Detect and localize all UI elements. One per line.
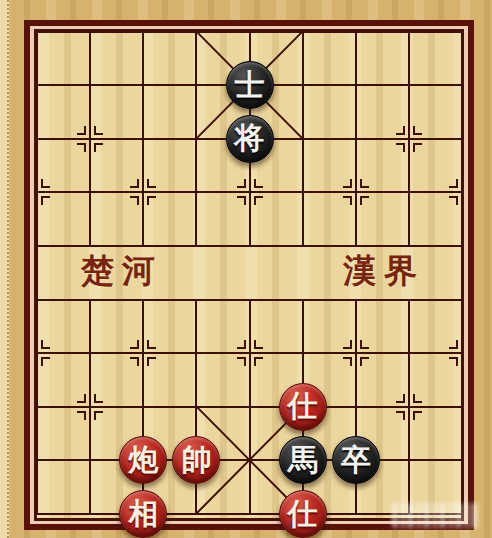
board-line <box>130 357 139 366</box>
board-line <box>396 394 405 403</box>
piece-red-elephant[interactable]: 相 <box>119 490 167 538</box>
board-line <box>413 143 422 152</box>
river-label-han-jie: 漢界 <box>320 250 440 292</box>
board-line <box>355 31 357 247</box>
piece-black-soldier[interactable]: 卒 <box>332 436 380 484</box>
board-line <box>77 143 86 152</box>
piece-glyph: 馬 <box>288 440 318 481</box>
board-line <box>343 196 352 205</box>
board-line <box>408 31 410 247</box>
board-line <box>77 394 86 403</box>
board-line <box>449 179 458 188</box>
board-line <box>396 126 405 135</box>
board-line <box>89 31 91 247</box>
piece-red-advisor-2[interactable]: 仕 <box>279 490 327 538</box>
board-line <box>343 179 352 188</box>
board-line <box>413 126 422 135</box>
piece-black-general[interactable]: 将 <box>226 115 274 163</box>
board-line <box>94 126 103 135</box>
board-line <box>254 196 263 205</box>
board-line <box>36 31 38 516</box>
film-edge-strip <box>0 0 9 538</box>
board-line <box>147 196 156 205</box>
board-line <box>408 299 410 515</box>
board-line <box>142 31 144 247</box>
board-line <box>396 411 405 420</box>
board-line <box>147 340 156 349</box>
board-line <box>413 411 422 420</box>
piece-glyph: 士 <box>235 65 265 106</box>
board-line <box>77 411 86 420</box>
board-line <box>237 196 246 205</box>
board-line <box>343 357 352 366</box>
board-line <box>237 357 246 366</box>
board-line <box>254 179 263 188</box>
board-line <box>396 143 405 152</box>
board-line <box>461 31 463 516</box>
river-label-chu-he: 楚河 <box>58 250 178 292</box>
board-line <box>413 394 422 403</box>
piece-red-advisor-1[interactable]: 仕 <box>279 383 327 431</box>
piece-glyph: 相 <box>128 494 158 535</box>
board-line <box>41 357 50 366</box>
board-line <box>94 143 103 152</box>
piece-glyph: 帥 <box>181 440 211 481</box>
board-line <box>94 411 103 420</box>
piece-glyph: 仕 <box>288 494 318 535</box>
board-line <box>41 179 50 188</box>
watermark-blur <box>392 503 480 528</box>
board-line <box>130 196 139 205</box>
piece-glyph: 将 <box>235 118 265 159</box>
xiangqi-board-screenshot: 楚河 漢界 士将仕炮帥馬卒相仕 <box>0 0 492 538</box>
board-line <box>89 299 91 515</box>
piece-black-advisor[interactable]: 士 <box>226 61 274 109</box>
board-line <box>130 179 139 188</box>
board-line <box>343 340 352 349</box>
board-line <box>360 340 369 349</box>
board-line <box>254 357 263 366</box>
board-line <box>130 340 139 349</box>
board-line <box>237 340 246 349</box>
board-line <box>147 179 156 188</box>
board-line <box>147 357 156 366</box>
board-line <box>449 196 458 205</box>
board-line <box>449 340 458 349</box>
board-line <box>360 179 369 188</box>
piece-glyph: 仕 <box>288 386 318 427</box>
board-line <box>249 299 251 515</box>
board-line <box>237 179 246 188</box>
board-line <box>449 357 458 366</box>
board-line <box>360 196 369 205</box>
piece-glyph: 卒 <box>341 440 371 481</box>
board-line <box>41 196 50 205</box>
board-line <box>77 126 86 135</box>
board-line <box>41 340 50 349</box>
board-line <box>360 357 369 366</box>
board-line <box>254 340 263 349</box>
piece-glyph: 炮 <box>128 440 158 481</box>
board-line <box>94 394 103 403</box>
piece-black-horse[interactable]: 馬 <box>279 436 327 484</box>
